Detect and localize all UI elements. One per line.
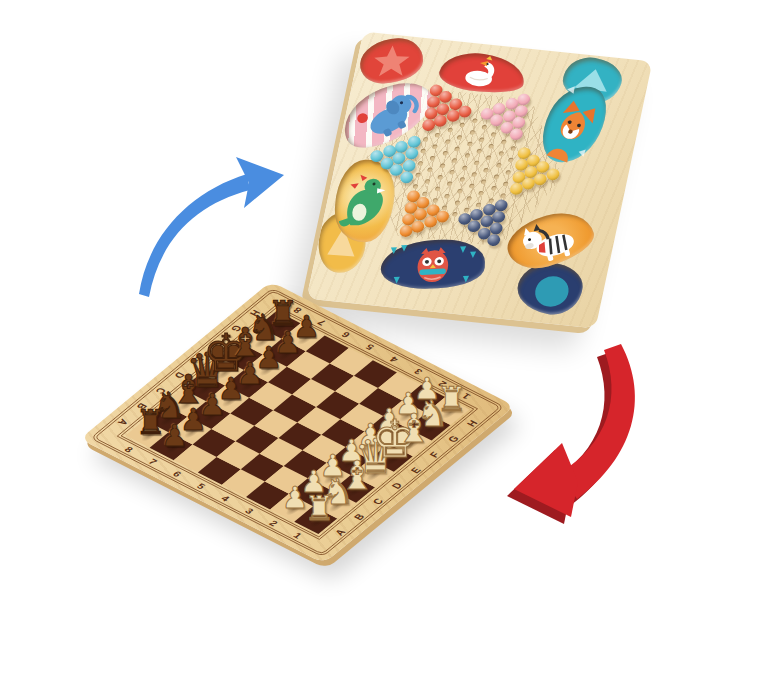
board-hole: [457, 189, 463, 194]
card-swan: [436, 49, 530, 98]
card-fox: [530, 78, 618, 170]
board-hole: [501, 139, 507, 144]
owl-illustration: [380, 238, 486, 291]
red-curved-arrow: [514, 344, 635, 517]
board-hole: [437, 175, 443, 180]
blue-curved-arrow: [139, 157, 284, 297]
board-hole: [440, 163, 446, 168]
board-hole: [488, 198, 494, 203]
card-dinosaur: [333, 159, 397, 243]
board-hole: [498, 151, 504, 156]
chinese-checkers-board: [307, 32, 653, 329]
board-hole: [469, 130, 475, 135]
board-hole: [462, 165, 468, 170]
fox-illustration: [530, 78, 618, 170]
board-hole: [472, 118, 478, 123]
swan-illustration: [436, 49, 530, 98]
dinosaur-illustration: [333, 159, 397, 243]
product-image: 88AA77BB66CC55DD44EE33FF22GG11HH ♜♞♝♛♚♝♞…: [0, 0, 768, 684]
board-hole: [459, 177, 465, 182]
card-owl: [380, 238, 486, 291]
